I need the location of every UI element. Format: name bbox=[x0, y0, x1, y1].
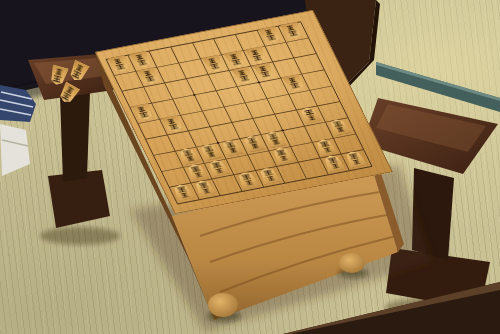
tissue-box bbox=[0, 124, 30, 176]
board-foot-left bbox=[208, 293, 238, 317]
left-komadai-column bbox=[60, 92, 90, 182]
tatami-edge-band-highlight bbox=[376, 62, 500, 101]
left-komadai-shadow bbox=[40, 227, 120, 245]
board-foot-right bbox=[339, 253, 365, 273]
scene-shogi-photo bbox=[0, 0, 500, 334]
